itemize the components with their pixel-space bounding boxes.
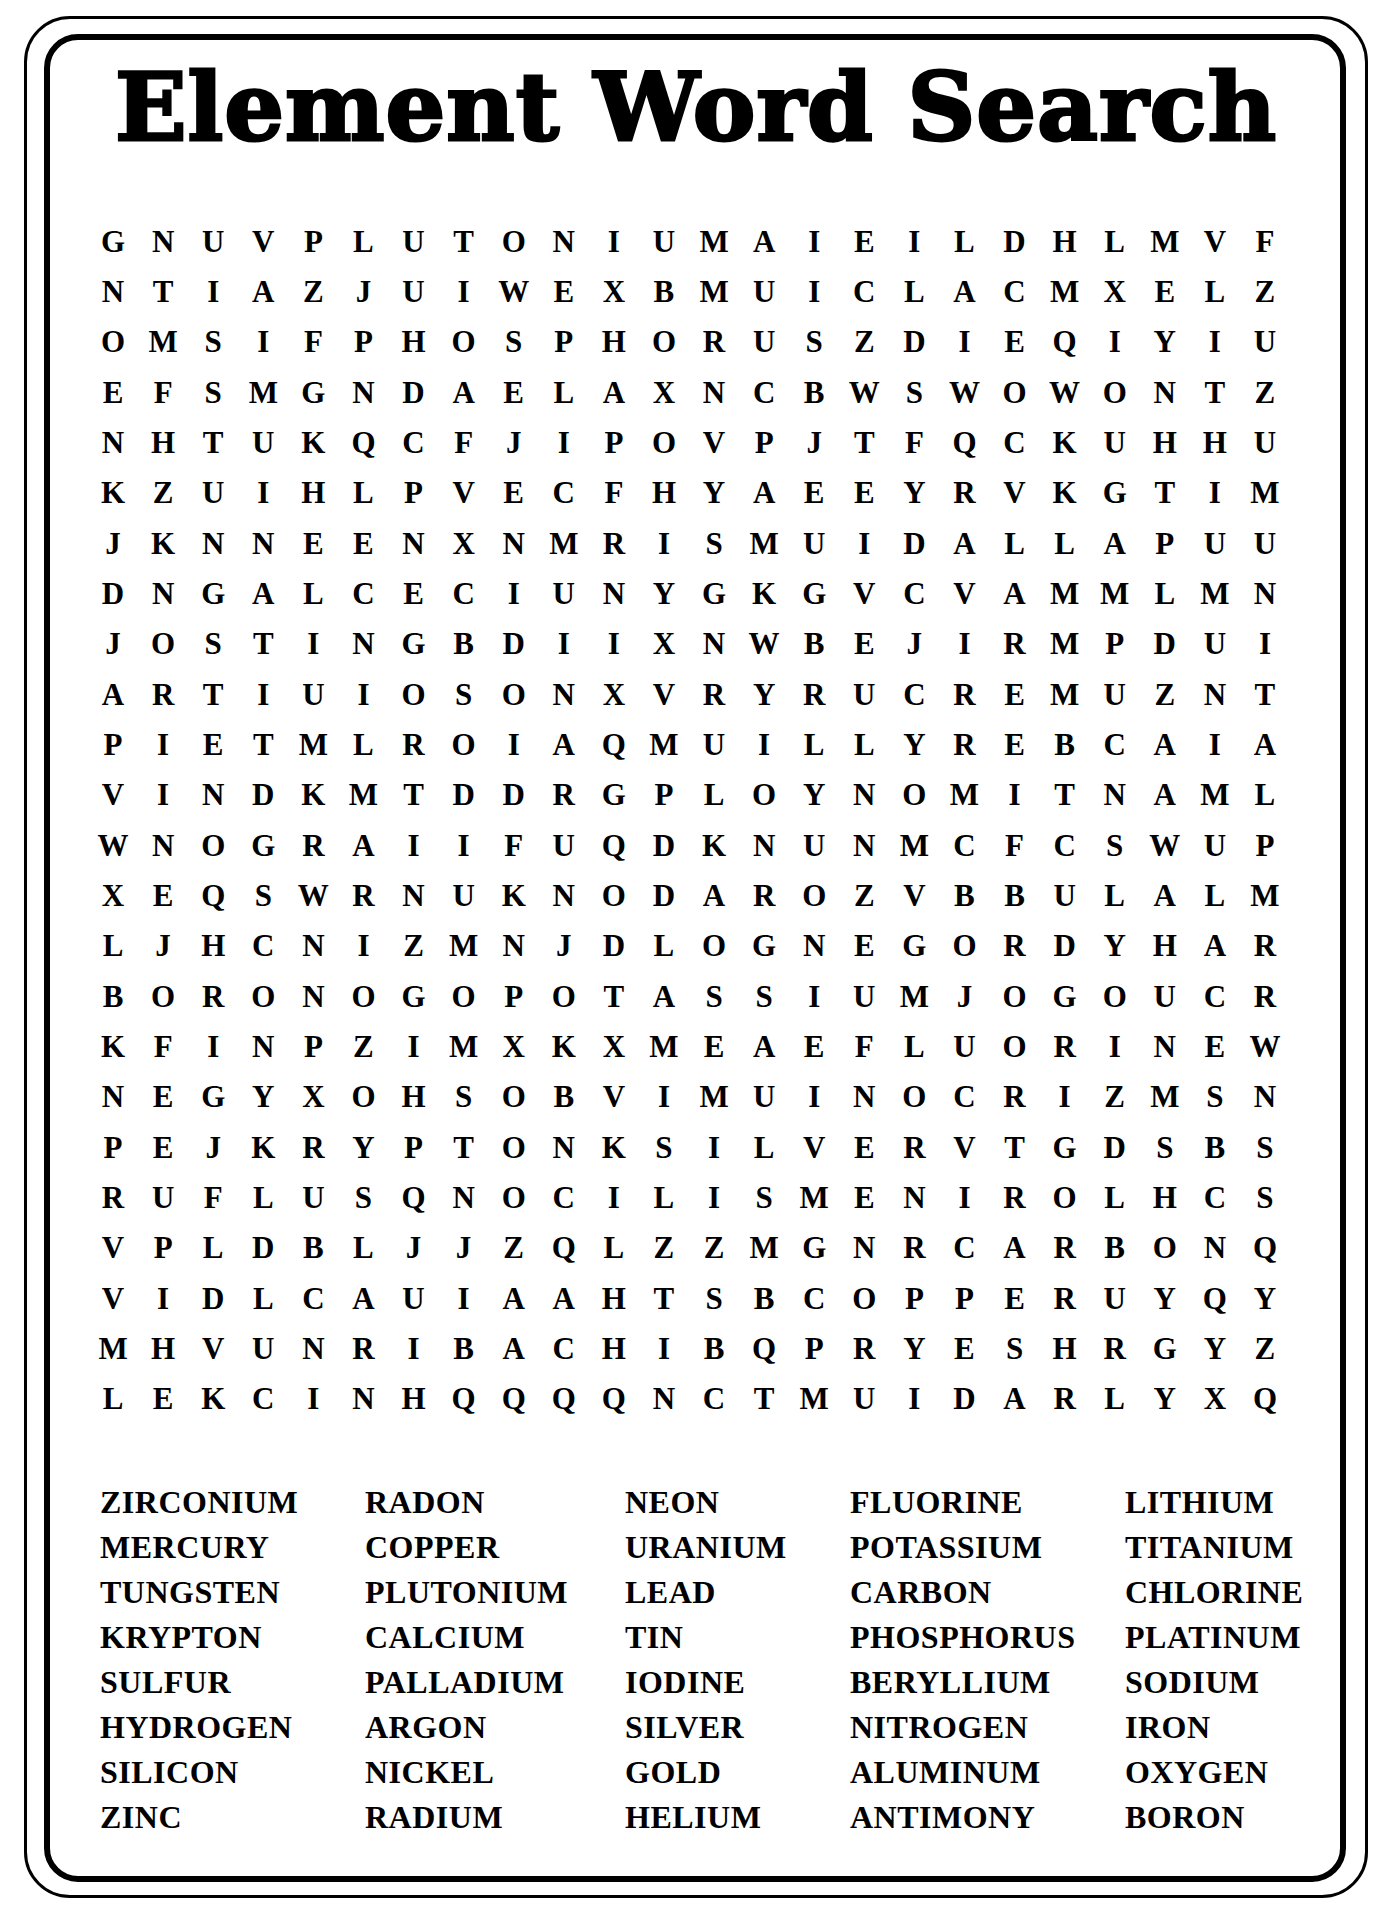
grid-cell-r22c17[interactable]: P <box>889 1273 939 1323</box>
grid-cell-r9c21[interactable]: P <box>1090 619 1140 669</box>
grid-cell-r5c10[interactable]: I <box>539 417 589 467</box>
grid-cell-r10c10[interactable]: N <box>539 669 589 719</box>
grid-cell-r19c24[interactable]: S <box>1240 1122 1290 1172</box>
grid-cell-r7c9[interactable]: N <box>489 518 539 568</box>
grid-cell-r22c10[interactable]: A <box>539 1273 589 1323</box>
grid-cell-r14c19[interactable]: B <box>989 870 1039 920</box>
grid-cell-r17c3[interactable]: I <box>188 1021 238 1071</box>
grid-cell-r5c3[interactable]: T <box>188 417 238 467</box>
grid-cell-r8c3[interactable]: G <box>188 568 238 618</box>
grid-cell-r11c11[interactable]: Q <box>589 719 639 769</box>
grid-cell-r9c18[interactable]: I <box>939 619 989 669</box>
grid-cell-r16c15[interactable]: I <box>789 971 839 1021</box>
grid-cell-r13c18[interactable]: C <box>939 820 989 870</box>
grid-cell-r7c7[interactable]: N <box>388 518 438 568</box>
grid-cell-r19c2[interactable]: E <box>138 1122 188 1172</box>
grid-cell-r17c1[interactable]: K <box>88 1021 138 1071</box>
grid-cell-r16c24[interactable]: R <box>1240 971 1290 1021</box>
grid-cell-r17c11[interactable]: X <box>589 1021 639 1071</box>
grid-cell-r22c12[interactable]: T <box>639 1273 689 1323</box>
grid-cell-r23c24[interactable]: Z <box>1240 1323 1290 1373</box>
grid-cell-r12c12[interactable]: P <box>639 770 689 820</box>
grid-cell-r14c13[interactable]: A <box>689 870 739 920</box>
grid-cell-r8c13[interactable]: G <box>689 568 739 618</box>
grid-cell-r18c13[interactable]: M <box>689 1072 739 1122</box>
grid-cell-r12c9[interactable]: D <box>489 770 539 820</box>
grid-cell-r17c21[interactable]: I <box>1090 1021 1140 1071</box>
grid-cell-r24c8[interactable]: Q <box>439 1374 489 1424</box>
grid-cell-r22c14[interactable]: B <box>739 1273 789 1323</box>
grid-cell-r20c7[interactable]: Q <box>388 1172 438 1222</box>
grid-cell-r10c19[interactable]: E <box>989 669 1039 719</box>
grid-cell-r8c18[interactable]: V <box>939 568 989 618</box>
grid-cell-r9c8[interactable]: B <box>439 619 489 669</box>
grid-cell-r17c6[interactable]: Z <box>338 1021 388 1071</box>
grid-cell-r12c23[interactable]: M <box>1190 770 1240 820</box>
grid-cell-r2c16[interactable]: C <box>839 266 889 316</box>
grid-cell-r24c13[interactable]: C <box>689 1374 739 1424</box>
grid-cell-r3c16[interactable]: Z <box>839 317 889 367</box>
grid-cell-r9c12[interactable]: X <box>639 619 689 669</box>
grid-cell-r9c7[interactable]: G <box>388 619 438 669</box>
grid-cell-r16c7[interactable]: G <box>388 971 438 1021</box>
grid-cell-r2c1[interactable]: N <box>88 266 138 316</box>
grid-cell-r8c2[interactable]: N <box>138 568 188 618</box>
grid-cell-r14c22[interactable]: A <box>1140 870 1190 920</box>
grid-cell-r2c18[interactable]: A <box>939 266 989 316</box>
grid-cell-r14c23[interactable]: L <box>1190 870 1240 920</box>
grid-cell-r3c12[interactable]: O <box>639 317 689 367</box>
grid-cell-r17c15[interactable]: E <box>789 1021 839 1071</box>
grid-cell-r8c9[interactable]: I <box>489 568 539 618</box>
grid-cell-r7c24[interactable]: U <box>1240 518 1290 568</box>
grid-cell-r23c3[interactable]: V <box>188 1323 238 1373</box>
grid-cell-r23c22[interactable]: G <box>1140 1323 1190 1373</box>
grid-cell-r24c18[interactable]: D <box>939 1374 989 1424</box>
grid-cell-r10c6[interactable]: I <box>338 669 388 719</box>
grid-cell-r2c4[interactable]: A <box>238 266 288 316</box>
grid-cell-r17c9[interactable]: X <box>489 1021 539 1071</box>
grid-cell-r9c10[interactable]: I <box>539 619 589 669</box>
grid-cell-r15c13[interactable]: O <box>689 921 739 971</box>
grid-cell-r5c11[interactable]: P <box>589 417 639 467</box>
grid-cell-r9c20[interactable]: M <box>1040 619 1090 669</box>
grid-cell-r4c5[interactable]: G <box>288 367 338 417</box>
grid-cell-r19c15[interactable]: V <box>789 1122 839 1172</box>
grid-cell-r16c11[interactable]: T <box>589 971 639 1021</box>
grid-cell-r12c4[interactable]: D <box>238 770 288 820</box>
grid-cell-r19c17[interactable]: R <box>889 1122 939 1172</box>
grid-cell-r2c13[interactable]: M <box>689 266 739 316</box>
grid-cell-r5c9[interactable]: J <box>489 417 539 467</box>
grid-cell-r11c6[interactable]: L <box>338 719 388 769</box>
grid-cell-r5c19[interactable]: C <box>989 417 1039 467</box>
grid-cell-r11c14[interactable]: I <box>739 719 789 769</box>
grid-cell-r7c23[interactable]: U <box>1190 518 1240 568</box>
grid-cell-r2c14[interactable]: U <box>739 266 789 316</box>
grid-cell-r6c21[interactable]: G <box>1090 468 1140 518</box>
grid-cell-r21c9[interactable]: Z <box>489 1223 539 1273</box>
grid-cell-r14c12[interactable]: D <box>639 870 689 920</box>
grid-cell-r7c10[interactable]: M <box>539 518 589 568</box>
grid-cell-r20c1[interactable]: R <box>88 1172 138 1222</box>
grid-cell-r3c15[interactable]: S <box>789 317 839 367</box>
grid-cell-r4c2[interactable]: F <box>138 367 188 417</box>
grid-cell-r8c15[interactable]: G <box>789 568 839 618</box>
grid-cell-r22c11[interactable]: H <box>589 1273 639 1323</box>
grid-cell-r14c10[interactable]: N <box>539 870 589 920</box>
grid-cell-r24c22[interactable]: Y <box>1140 1374 1190 1424</box>
grid-cell-r20c4[interactable]: L <box>238 1172 288 1222</box>
grid-cell-r3c22[interactable]: Y <box>1140 317 1190 367</box>
grid-cell-r6c17[interactable]: Y <box>889 468 939 518</box>
grid-cell-r23c1[interactable]: M <box>88 1323 138 1373</box>
grid-cell-r19c3[interactable]: J <box>188 1122 238 1172</box>
grid-cell-r5c6[interactable]: Q <box>338 417 388 467</box>
grid-cell-r20c3[interactable]: F <box>188 1172 238 1222</box>
grid-cell-r2c22[interactable]: E <box>1140 266 1190 316</box>
grid-cell-r6c22[interactable]: T <box>1140 468 1190 518</box>
grid-cell-r23c13[interactable]: B <box>689 1323 739 1373</box>
grid-cell-r14c6[interactable]: R <box>338 870 388 920</box>
grid-cell-r1c23[interactable]: V <box>1190 216 1240 266</box>
grid-cell-r23c17[interactable]: Y <box>889 1323 939 1373</box>
grid-cell-r15c22[interactable]: H <box>1140 921 1190 971</box>
grid-cell-r13c8[interactable]: I <box>439 820 489 870</box>
grid-cell-r7c14[interactable]: M <box>739 518 789 568</box>
grid-cell-r4c6[interactable]: N <box>338 367 388 417</box>
grid-cell-r16c10[interactable]: O <box>539 971 589 1021</box>
grid-cell-r15c24[interactable]: R <box>1240 921 1290 971</box>
grid-cell-r21c11[interactable]: L <box>589 1223 639 1273</box>
grid-cell-r1c12[interactable]: U <box>639 216 689 266</box>
grid-cell-r24c15[interactable]: M <box>789 1374 839 1424</box>
grid-cell-r10c8[interactable]: S <box>439 669 489 719</box>
grid-cell-r7c16[interactable]: I <box>839 518 889 568</box>
grid-cell-r15c6[interactable]: I <box>338 921 388 971</box>
grid-cell-r9c14[interactable]: W <box>739 619 789 669</box>
grid-cell-r5c22[interactable]: H <box>1140 417 1190 467</box>
grid-cell-r13c11[interactable]: Q <box>589 820 639 870</box>
grid-cell-r8c19[interactable]: A <box>989 568 1039 618</box>
grid-cell-r6c10[interactable]: C <box>539 468 589 518</box>
grid-cell-r12c21[interactable]: N <box>1090 770 1140 820</box>
grid-cell-r24c23[interactable]: X <box>1190 1374 1240 1424</box>
grid-cell-r8c17[interactable]: C <box>889 568 939 618</box>
grid-cell-r7c15[interactable]: U <box>789 518 839 568</box>
grid-cell-r2c24[interactable]: Z <box>1240 266 1290 316</box>
grid-cell-r2c2[interactable]: T <box>138 266 188 316</box>
grid-cell-r11c19[interactable]: E <box>989 719 1039 769</box>
grid-cell-r10c20[interactable]: M <box>1040 669 1090 719</box>
grid-cell-r4c15[interactable]: B <box>789 367 839 417</box>
grid-cell-r1c24[interactable]: F <box>1240 216 1290 266</box>
grid-cell-r6c23[interactable]: I <box>1190 468 1240 518</box>
grid-cell-r20c6[interactable]: S <box>338 1172 388 1222</box>
grid-cell-r13c1[interactable]: W <box>88 820 138 870</box>
grid-cell-r17c4[interactable]: N <box>238 1021 288 1071</box>
grid-cell-r9c11[interactable]: I <box>589 619 639 669</box>
grid-cell-r1c14[interactable]: A <box>739 216 789 266</box>
grid-cell-r21c7[interactable]: J <box>388 1223 438 1273</box>
grid-cell-r3c3[interactable]: S <box>188 317 238 367</box>
grid-cell-r24c7[interactable]: H <box>388 1374 438 1424</box>
grid-cell-r18c15[interactable]: I <box>789 1072 839 1122</box>
grid-cell-r17c18[interactable]: U <box>939 1021 989 1071</box>
grid-cell-r24c20[interactable]: R <box>1040 1374 1090 1424</box>
grid-cell-r1c16[interactable]: E <box>839 216 889 266</box>
grid-cell-r1c8[interactable]: T <box>439 216 489 266</box>
grid-cell-r24c10[interactable]: Q <box>539 1374 589 1424</box>
grid-cell-r12c20[interactable]: T <box>1040 770 1090 820</box>
grid-cell-r1c2[interactable]: N <box>138 216 188 266</box>
grid-cell-r21c10[interactable]: Q <box>539 1223 589 1273</box>
grid-cell-r8c1[interactable]: D <box>88 568 138 618</box>
grid-cell-r21c24[interactable]: Q <box>1240 1223 1290 1273</box>
grid-cell-r7c5[interactable]: E <box>288 518 338 568</box>
grid-cell-r22c18[interactable]: P <box>939 1273 989 1323</box>
grid-cell-r22c13[interactable]: S <box>689 1273 739 1323</box>
grid-cell-r5c13[interactable]: V <box>689 417 739 467</box>
grid-cell-r15c7[interactable]: Z <box>388 921 438 971</box>
grid-cell-r14c16[interactable]: Z <box>839 870 889 920</box>
grid-cell-r15c5[interactable]: N <box>288 921 338 971</box>
grid-cell-r6c1[interactable]: K <box>88 468 138 518</box>
grid-cell-r10c4[interactable]: I <box>238 669 288 719</box>
grid-cell-r6c11[interactable]: F <box>589 468 639 518</box>
grid-cell-r11c22[interactable]: A <box>1140 719 1190 769</box>
grid-cell-r18c3[interactable]: G <box>188 1072 238 1122</box>
grid-cell-r18c24[interactable]: N <box>1240 1072 1290 1122</box>
grid-cell-r10c13[interactable]: R <box>689 669 739 719</box>
grid-cell-r13c21[interactable]: S <box>1090 820 1140 870</box>
grid-cell-r6c5[interactable]: H <box>288 468 338 518</box>
grid-cell-r5c4[interactable]: U <box>238 417 288 467</box>
grid-cell-r14c20[interactable]: U <box>1040 870 1090 920</box>
grid-cell-r22c6[interactable]: A <box>338 1273 388 1323</box>
grid-cell-r17c19[interactable]: O <box>989 1021 1039 1071</box>
grid-cell-r4c16[interactable]: W <box>839 367 889 417</box>
grid-cell-r1c1[interactable]: G <box>88 216 138 266</box>
grid-cell-r18c18[interactable]: C <box>939 1072 989 1122</box>
grid-cell-r6c14[interactable]: A <box>739 468 789 518</box>
grid-cell-r1c4[interactable]: V <box>238 216 288 266</box>
grid-cell-r10c15[interactable]: R <box>789 669 839 719</box>
grid-cell-r12c8[interactable]: D <box>439 770 489 820</box>
grid-cell-r16c3[interactable]: R <box>188 971 238 1021</box>
grid-cell-r6c8[interactable]: V <box>439 468 489 518</box>
grid-cell-r15c17[interactable]: G <box>889 921 939 971</box>
grid-cell-r10c5[interactable]: U <box>288 669 338 719</box>
grid-cell-r18c11[interactable]: V <box>589 1072 639 1122</box>
grid-cell-r3c14[interactable]: U <box>739 317 789 367</box>
grid-cell-r16c12[interactable]: A <box>639 971 689 1021</box>
grid-cell-r19c13[interactable]: I <box>689 1122 739 1172</box>
grid-cell-r23c5[interactable]: N <box>288 1323 338 1373</box>
grid-cell-r22c22[interactable]: Y <box>1140 1273 1190 1323</box>
grid-cell-r12c19[interactable]: I <box>989 770 1039 820</box>
grid-cell-r2c5[interactable]: Z <box>288 266 338 316</box>
grid-cell-r20c22[interactable]: H <box>1140 1172 1190 1222</box>
grid-cell-r10c21[interactable]: U <box>1090 669 1140 719</box>
grid-cell-r6c13[interactable]: Y <box>689 468 739 518</box>
grid-cell-r18c16[interactable]: N <box>839 1072 889 1122</box>
grid-cell-r7c2[interactable]: K <box>138 518 188 568</box>
grid-cell-r21c15[interactable]: G <box>789 1223 839 1273</box>
grid-cell-r23c18[interactable]: E <box>939 1323 989 1373</box>
grid-cell-r13c5[interactable]: R <box>288 820 338 870</box>
grid-cell-r10c1[interactable]: A <box>88 669 138 719</box>
grid-cell-r24c5[interactable]: I <box>288 1374 338 1424</box>
grid-cell-r14c11[interactable]: O <box>589 870 639 920</box>
grid-cell-r15c10[interactable]: J <box>539 921 589 971</box>
grid-cell-r20c16[interactable]: E <box>839 1172 889 1222</box>
grid-cell-r24c19[interactable]: A <box>989 1374 1039 1424</box>
grid-cell-r5c12[interactable]: O <box>639 417 689 467</box>
grid-cell-r15c15[interactable]: N <box>789 921 839 971</box>
grid-cell-r16c1[interactable]: B <box>88 971 138 1021</box>
grid-cell-r5c18[interactable]: Q <box>939 417 989 467</box>
grid-cell-r8c10[interactable]: U <box>539 568 589 618</box>
grid-cell-r21c16[interactable]: N <box>839 1223 889 1273</box>
grid-cell-r2c21[interactable]: X <box>1090 266 1140 316</box>
grid-cell-r5c1[interactable]: N <box>88 417 138 467</box>
grid-cell-r5c20[interactable]: K <box>1040 417 1090 467</box>
grid-cell-r9c2[interactable]: O <box>138 619 188 669</box>
grid-cell-r16c2[interactable]: O <box>138 971 188 1021</box>
grid-cell-r16c17[interactable]: M <box>889 971 939 1021</box>
grid-cell-r19c8[interactable]: T <box>439 1122 489 1172</box>
grid-cell-r13c15[interactable]: U <box>789 820 839 870</box>
grid-cell-r2c6[interactable]: J <box>338 266 388 316</box>
grid-cell-r13c12[interactable]: D <box>639 820 689 870</box>
grid-cell-r12c10[interactable]: R <box>539 770 589 820</box>
grid-cell-r8c12[interactable]: Y <box>639 568 689 618</box>
grid-cell-r19c23[interactable]: B <box>1190 1122 1240 1172</box>
grid-cell-r8c6[interactable]: C <box>338 568 388 618</box>
grid-cell-r16c23[interactable]: C <box>1190 971 1240 1021</box>
grid-cell-r4c1[interactable]: E <box>88 367 138 417</box>
grid-cell-r23c23[interactable]: Y <box>1190 1323 1240 1373</box>
grid-cell-r21c21[interactable]: B <box>1090 1223 1140 1273</box>
grid-cell-r24c2[interactable]: E <box>138 1374 188 1424</box>
grid-cell-r20c24[interactable]: S <box>1240 1172 1290 1222</box>
grid-cell-r3c10[interactable]: P <box>539 317 589 367</box>
grid-cell-r4c9[interactable]: E <box>489 367 539 417</box>
grid-cell-r20c18[interactable]: I <box>939 1172 989 1222</box>
grid-cell-r4c19[interactable]: O <box>989 367 1039 417</box>
grid-cell-r11c12[interactable]: M <box>639 719 689 769</box>
grid-cell-r16c9[interactable]: P <box>489 971 539 1021</box>
grid-cell-r8c11[interactable]: N <box>589 568 639 618</box>
grid-cell-r19c4[interactable]: K <box>238 1122 288 1172</box>
grid-cell-r23c16[interactable]: R <box>839 1323 889 1373</box>
grid-cell-r4c17[interactable]: S <box>889 367 939 417</box>
grid-cell-r12c24[interactable]: L <box>1240 770 1290 820</box>
grid-cell-r21c13[interactable]: Z <box>689 1223 739 1273</box>
grid-cell-r20c13[interactable]: I <box>689 1172 739 1222</box>
grid-cell-r15c14[interactable]: G <box>739 921 789 971</box>
grid-cell-r12c17[interactable]: O <box>889 770 939 820</box>
grid-cell-r6c4[interactable]: I <box>238 468 288 518</box>
grid-cell-r8c8[interactable]: C <box>439 568 489 618</box>
grid-cell-r24c11[interactable]: Q <box>589 1374 639 1424</box>
grid-cell-r19c6[interactable]: Y <box>338 1122 388 1172</box>
grid-cell-r4c20[interactable]: W <box>1040 367 1090 417</box>
grid-cell-r1c19[interactable]: D <box>989 216 1039 266</box>
grid-cell-r5c21[interactable]: U <box>1090 417 1140 467</box>
grid-cell-r22c24[interactable]: Y <box>1240 1273 1290 1323</box>
grid-cell-r15c4[interactable]: C <box>238 921 288 971</box>
grid-cell-r3c7[interactable]: H <box>388 317 438 367</box>
grid-cell-r1c7[interactable]: U <box>388 216 438 266</box>
grid-cell-r1c9[interactable]: O <box>489 216 539 266</box>
grid-cell-r4c3[interactable]: S <box>188 367 238 417</box>
grid-cell-r22c9[interactable]: A <box>489 1273 539 1323</box>
grid-cell-r6c16[interactable]: E <box>839 468 889 518</box>
grid-cell-r20c21[interactable]: L <box>1090 1172 1140 1222</box>
grid-cell-r16c22[interactable]: U <box>1140 971 1190 1021</box>
grid-cell-r10c14[interactable]: Y <box>739 669 789 719</box>
grid-cell-r7c19[interactable]: L <box>989 518 1039 568</box>
grid-cell-r10c22[interactable]: Z <box>1140 669 1190 719</box>
grid-cell-r7c11[interactable]: R <box>589 518 639 568</box>
grid-cell-r4c18[interactable]: W <box>939 367 989 417</box>
grid-cell-r2c19[interactable]: C <box>989 266 1039 316</box>
grid-cell-r3c13[interactable]: R <box>689 317 739 367</box>
grid-cell-r21c12[interactable]: Z <box>639 1223 689 1273</box>
grid-cell-r16c4[interactable]: O <box>238 971 288 1021</box>
grid-cell-r5c17[interactable]: F <box>889 417 939 467</box>
grid-cell-r4c10[interactable]: L <box>539 367 589 417</box>
grid-cell-r13c23[interactable]: U <box>1190 820 1240 870</box>
grid-cell-r1c13[interactable]: M <box>689 216 739 266</box>
grid-cell-r13c9[interactable]: F <box>489 820 539 870</box>
grid-cell-r5c2[interactable]: H <box>138 417 188 467</box>
grid-cell-r5c16[interactable]: T <box>839 417 889 467</box>
grid-cell-r21c3[interactable]: L <box>188 1223 238 1273</box>
grid-cell-r17c20[interactable]: R <box>1040 1021 1090 1071</box>
grid-cell-r17c23[interactable]: E <box>1190 1021 1240 1071</box>
grid-cell-r12c18[interactable]: M <box>939 770 989 820</box>
word-search-grid[interactable]: GNUVPLUTONIUMAIEILDHLMVFNTIAZJUIWEXBMUIC… <box>88 216 1290 1424</box>
grid-cell-r22c5[interactable]: C <box>288 1273 338 1323</box>
grid-cell-r22c4[interactable]: L <box>238 1273 288 1323</box>
grid-cell-r17c2[interactable]: F <box>138 1021 188 1071</box>
grid-cell-r12c7[interactable]: T <box>388 770 438 820</box>
grid-cell-r6c3[interactable]: U <box>188 468 238 518</box>
grid-cell-r20c5[interactable]: U <box>288 1172 338 1222</box>
grid-cell-r11c24[interactable]: A <box>1240 719 1290 769</box>
grid-cell-r22c20[interactable]: R <box>1040 1273 1090 1323</box>
grid-cell-r4c8[interactable]: A <box>439 367 489 417</box>
grid-cell-r6c6[interactable]: L <box>338 468 388 518</box>
grid-cell-r16c18[interactable]: J <box>939 971 989 1021</box>
grid-cell-r12c16[interactable]: N <box>839 770 889 820</box>
grid-cell-r8c5[interactable]: L <box>288 568 338 618</box>
grid-cell-r9c5[interactable]: I <box>288 619 338 669</box>
grid-cell-r2c23[interactable]: L <box>1190 266 1240 316</box>
grid-cell-r22c23[interactable]: Q <box>1190 1273 1240 1323</box>
grid-cell-r18c1[interactable]: N <box>88 1072 138 1122</box>
grid-cell-r3c9[interactable]: S <box>489 317 539 367</box>
grid-cell-r24c9[interactable]: Q <box>489 1374 539 1424</box>
grid-cell-r19c1[interactable]: P <box>88 1122 138 1172</box>
grid-cell-r18c17[interactable]: O <box>889 1072 939 1122</box>
grid-cell-r9c3[interactable]: S <box>188 619 238 669</box>
grid-cell-r20c2[interactable]: U <box>138 1172 188 1222</box>
grid-cell-r8c21[interactable]: M <box>1090 568 1140 618</box>
